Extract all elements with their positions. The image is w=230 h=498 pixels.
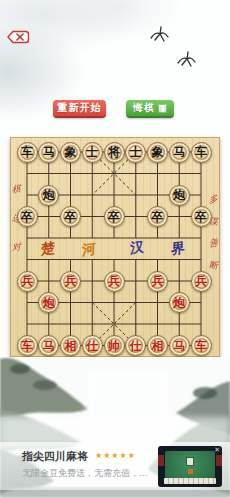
piece-black-炮[interactable]: 炮: [169, 185, 190, 206]
piece-red-炮[interactable]: 炮: [169, 292, 190, 313]
piece-red-兵[interactable]: 兵: [191, 271, 212, 292]
piece-red-仕[interactable]: 仕: [125, 335, 146, 356]
piece-red-帅[interactable]: 帅: [104, 335, 125, 356]
close-button[interactable]: [7, 29, 31, 45]
piece-red-炮[interactable]: 炮: [38, 292, 59, 313]
ad-star-rating: ★★★★★: [95, 451, 136, 460]
undo-button-label: 悔棋: [133, 101, 155, 115]
piece-red-兵[interactable]: 兵: [60, 271, 81, 292]
piece-red-兵[interactable]: 兵: [104, 271, 125, 292]
piece-red-车[interactable]: 车: [191, 335, 212, 356]
thumb-decor-left: [158, 455, 164, 466]
piece-red-马[interactable]: 马: [169, 335, 190, 356]
piece-black-卒[interactable]: 卒: [17, 206, 38, 227]
piece-red-相[interactable]: 相: [147, 335, 168, 356]
piece-red-马[interactable]: 马: [38, 335, 59, 356]
xiangqi-board[interactable]: 楚 河 汉 界 棋连对 多谋善断 车马象士将士象马车炮炮卒卒卒卒卒兵兵兵兵兵炮炮…: [10, 137, 220, 357]
mahjong-tile-orange: [188, 469, 193, 474]
mahjong-tile-row: [164, 478, 216, 484]
piece-black-卒[interactable]: 卒: [191, 206, 212, 227]
thumb-decor-right: [216, 455, 222, 466]
piece-black-象[interactable]: 象: [60, 142, 81, 163]
piece-red-相[interactable]: 相: [60, 335, 81, 356]
mahjong-table: [165, 451, 215, 479]
piece-black-车[interactable]: 车: [191, 142, 212, 163]
ad-subtitle: 无限金豆免费送，无需充值，这样的...: [22, 467, 154, 480]
piece-black-将[interactable]: 将: [104, 142, 125, 163]
piece-black-卒[interactable]: 卒: [147, 206, 168, 227]
ad-thumbnail[interactable]: ✕: [158, 446, 222, 487]
piece-black-卒[interactable]: 卒: [60, 206, 81, 227]
pieces-layer: 车马象士将士象马车炮炮卒卒卒卒卒兵兵兵兵兵炮炮车马相仕帅仕相马车: [10, 137, 220, 357]
restart-button-label: 重新开始: [58, 101, 102, 115]
piece-black-士[interactable]: 士: [82, 142, 103, 163]
piece-black-象[interactable]: 象: [147, 142, 168, 163]
flying-birds-decoration: [147, 23, 209, 73]
piece-black-卒[interactable]: 卒: [104, 206, 125, 227]
mahjong-tile: [187, 458, 193, 465]
piece-red-仕[interactable]: 仕: [82, 335, 103, 356]
bird-icon: [151, 27, 168, 41]
ad-title: 指尖四川麻将: [22, 449, 88, 464]
piece-black-士[interactable]: 士: [125, 142, 146, 163]
bird-icon: [178, 52, 195, 66]
ad-close-icon[interactable]: ✕: [214, 446, 220, 454]
piece-black-车[interactable]: 车: [17, 142, 38, 163]
restart-button[interactable]: 重新开始: [53, 100, 106, 118]
piece-black-炮[interactable]: 炮: [38, 185, 59, 206]
piece-black-马[interactable]: 马: [169, 142, 190, 163]
piece-red-兵[interactable]: 兵: [17, 271, 38, 292]
gift-icon: [158, 104, 167, 113]
piece-black-马[interactable]: 马: [38, 142, 59, 163]
app-screen: 重新开始 悔棋 楚 河 汉 界: [0, 0, 230, 498]
undo-move-button[interactable]: 悔棋: [126, 100, 174, 118]
piece-red-车[interactable]: 车: [17, 335, 38, 356]
piece-red-兵[interactable]: 兵: [147, 271, 168, 292]
ad-banner[interactable]: 指尖四川麻将 ★★★★★ 无限金豆免费送，无需充值，这样的... ✕: [0, 442, 230, 490]
